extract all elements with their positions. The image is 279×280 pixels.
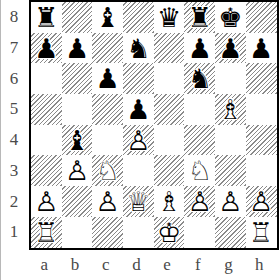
square-b3[interactable]: ♟♙: [62, 155, 93, 186]
square-d3[interactable]: [123, 155, 154, 186]
square-g4[interactable]: [215, 125, 246, 156]
white-pawn-g2[interactable]: ♙: [215, 186, 246, 217]
file-labels: abcdefgh: [29, 250, 279, 280]
white-knight-fill: ♞: [92, 155, 123, 186]
white-king-fill: ♚: [154, 217, 185, 248]
square-a5[interactable]: [31, 94, 62, 125]
black-pawn-b7[interactable]: ♟: [62, 33, 93, 64]
rank-label-4: 4: [1, 125, 27, 156]
square-c6[interactable]: ♟: [92, 63, 123, 94]
black-bishop-c8[interactable]: ♝: [92, 2, 123, 33]
square-e7[interactable]: [154, 33, 185, 64]
rank-label-7: 7: [1, 33, 27, 64]
rank-label-6: 6: [1, 63, 27, 94]
square-h6[interactable]: [246, 63, 277, 94]
white-king-e1[interactable]: ♔: [154, 217, 185, 248]
black-pawn-c6[interactable]: ♟: [92, 63, 123, 94]
square-a4[interactable]: [31, 125, 62, 156]
black-pawn-a7[interactable]: ♟: [31, 33, 62, 64]
black-pawn-h7[interactable]: ♟: [246, 33, 277, 64]
square-a2[interactable]: ♟♙: [31, 186, 62, 217]
square-f7[interactable]: ♟: [184, 33, 215, 64]
white-pawn-fill: ♟: [62, 155, 93, 186]
white-pawn-fill: ♟: [215, 186, 246, 217]
file-label-c: c: [90, 250, 121, 280]
square-e5[interactable]: [154, 94, 185, 125]
rank-label-2: 2: [1, 186, 27, 217]
square-f1[interactable]: [184, 217, 215, 248]
white-pawn-c2[interactable]: ♙: [92, 186, 123, 217]
black-pawn-f7[interactable]: ♟: [184, 33, 215, 64]
square-d2[interactable]: ♛♕: [123, 186, 154, 217]
square-f8[interactable]: ♜: [184, 2, 215, 33]
white-pawn-fill: ♟: [246, 186, 277, 217]
white-rook-fill: ♜: [246, 217, 277, 248]
black-pawn-d5[interactable]: ♟: [123, 94, 154, 125]
square-f6[interactable]: ♞: [184, 63, 215, 94]
square-e6[interactable]: [154, 63, 185, 94]
black-knight-d7[interactable]: ♞: [123, 33, 154, 64]
rank-labels: 87654321: [1, 0, 30, 250]
white-pawn-fill: ♟: [184, 186, 215, 217]
square-b7[interactable]: ♟: [62, 33, 93, 64]
white-pawn-b3[interactable]: ♙: [62, 155, 93, 186]
square-b2[interactable]: [62, 186, 93, 217]
rank-label-3: 3: [1, 156, 27, 187]
white-knight-fill: ♞: [184, 155, 215, 186]
rank-label-8: 8: [1, 2, 27, 33]
square-f4[interactable]: [184, 125, 215, 156]
chess-diagram: 87654321 ♜♝♛♜♚♟♟♞♟♟♟♟♞♟♝♗♝♟♙♟♙♞♘♞♘♟♙♟♙♛♕…: [0, 0, 279, 280]
square-h3[interactable]: [246, 155, 277, 186]
square-d4[interactable]: ♟♙: [123, 125, 154, 156]
black-king-g8[interactable]: ♚: [215, 2, 246, 33]
rank-label-5: 5: [1, 94, 27, 125]
white-rook-fill: ♜: [31, 217, 62, 248]
square-d6[interactable]: [123, 63, 154, 94]
square-h4[interactable]: [246, 125, 277, 156]
square-g2[interactable]: ♟♙: [215, 186, 246, 217]
square-a1[interactable]: ♜♖: [31, 217, 62, 248]
square-d8[interactable]: [123, 2, 154, 33]
square-c7[interactable]: [92, 33, 123, 64]
white-pawn-h2[interactable]: ♙: [246, 186, 277, 217]
white-bishop-fill: ♝: [215, 94, 246, 125]
square-a7[interactable]: ♟: [31, 33, 62, 64]
white-knight-f3[interactable]: ♘: [184, 155, 215, 186]
black-knight-f6[interactable]: ♞: [184, 63, 215, 94]
square-d1[interactable]: [123, 217, 154, 248]
square-f3[interactable]: ♞♘: [184, 155, 215, 186]
white-pawn-fill: ♟: [31, 186, 62, 217]
white-pawn-a2[interactable]: ♙: [31, 186, 62, 217]
file-label-h: h: [244, 250, 275, 280]
square-b6[interactable]: [62, 63, 93, 94]
white-pawn-f2[interactable]: ♙: [184, 186, 215, 217]
square-b5[interactable]: [62, 94, 93, 125]
white-rook-a1[interactable]: ♖: [31, 217, 62, 248]
white-rook-h1[interactable]: ♖: [246, 217, 277, 248]
square-c2[interactable]: ♟♙: [92, 186, 123, 217]
square-c4[interactable]: [92, 125, 123, 156]
square-e1[interactable]: ♚♔: [154, 217, 185, 248]
white-queen-fill: ♛: [123, 186, 154, 217]
square-g3[interactable]: [215, 155, 246, 186]
square-c8[interactable]: ♝: [92, 2, 123, 33]
square-b4[interactable]: ♝: [62, 125, 93, 156]
square-a6[interactable]: [31, 63, 62, 94]
square-d7[interactable]: ♞: [123, 33, 154, 64]
white-queen-d2[interactable]: ♕: [123, 186, 154, 217]
square-e2[interactable]: ♝♗: [154, 186, 185, 217]
file-label-b: b: [60, 250, 91, 280]
file-label-e: e: [152, 250, 183, 280]
chess-board[interactable]: ♜♝♛♜♚♟♟♞♟♟♟♟♞♟♝♗♝♟♙♟♙♞♘♞♘♟♙♟♙♛♕♝♗♟♙♟♙♟♙♜…: [29, 0, 279, 250]
white-bishop-e2[interactable]: ♗: [154, 186, 185, 217]
black-pawn-g7[interactable]: ♟: [215, 33, 246, 64]
square-f5[interactable]: [184, 94, 215, 125]
square-b8[interactable]: [62, 2, 93, 33]
square-g8[interactable]: ♚: [215, 2, 246, 33]
square-d5[interactable]: ♟: [123, 94, 154, 125]
square-e3[interactable]: [154, 155, 185, 186]
square-h1[interactable]: ♜♖: [246, 217, 277, 248]
square-c1[interactable]: [92, 217, 123, 248]
black-rook-a8[interactable]: ♜: [31, 2, 62, 33]
white-pawn-fill: ♟: [92, 186, 123, 217]
square-c5[interactable]: [92, 94, 123, 125]
white-pawn-d4[interactable]: ♙: [123, 125, 154, 156]
black-queen-e8[interactable]: ♛: [154, 2, 185, 33]
square-g1[interactable]: [215, 217, 246, 248]
square-b1[interactable]: [62, 217, 93, 248]
square-g6[interactable]: [215, 63, 246, 94]
square-c3[interactable]: ♞♘: [92, 155, 123, 186]
square-g7[interactable]: ♟: [215, 33, 246, 64]
square-h8[interactable]: [246, 2, 277, 33]
square-a3[interactable]: [31, 155, 62, 186]
file-label-f: f: [182, 250, 213, 280]
black-rook-f8[interactable]: ♜: [184, 2, 215, 33]
white-bishop-g5[interactable]: ♗: [215, 94, 246, 125]
square-h2[interactable]: ♟♙: [246, 186, 277, 217]
square-e4[interactable]: [154, 125, 185, 156]
white-bishop-fill: ♝: [154, 186, 185, 217]
square-h7[interactable]: ♟: [246, 33, 277, 64]
white-knight-c3[interactable]: ♘: [92, 155, 123, 186]
rank-label-1: 1: [1, 217, 27, 248]
file-label-g: g: [213, 250, 244, 280]
file-label-a: a: [29, 250, 60, 280]
square-g5[interactable]: ♝♗: [215, 94, 246, 125]
square-h5[interactable]: [246, 94, 277, 125]
square-a8[interactable]: ♜: [31, 2, 62, 33]
square-f2[interactable]: ♟♙: [184, 186, 215, 217]
square-e8[interactable]: ♛: [154, 2, 185, 33]
white-pawn-fill: ♟: [123, 125, 154, 156]
file-label-d: d: [121, 250, 152, 280]
black-bishop-b4[interactable]: ♝: [62, 125, 93, 156]
